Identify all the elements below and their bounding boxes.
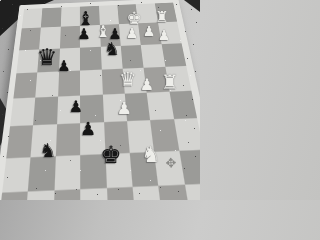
square-e7 [80,153,106,188]
square-h7 [2,157,31,193]
square-g6 [31,125,57,157]
square-f1 [61,7,80,27]
square-c1 [117,4,138,24]
square-h2 [19,28,41,50]
square-e3 [80,46,101,70]
square-a8 [185,183,200,200]
square-g4 [36,71,59,97]
square-d8 [106,187,135,200]
chess-board [0,3,200,200]
square-e8 [80,188,108,200]
square-f6 [56,124,81,156]
square-a1 [155,3,178,23]
square-d5 [102,94,127,123]
square-g2 [39,27,60,49]
square-g8 [25,190,54,200]
square-h4 [13,72,37,98]
square-a6 [174,118,200,150]
square-e5 [80,95,103,124]
square-c3 [121,45,144,69]
square-d1 [99,5,119,25]
square-f8 [53,189,81,200]
square-f2 [60,26,80,48]
square-c2 [119,24,141,46]
square-d4 [101,68,124,94]
square-a5 [169,91,197,120]
square-g3 [38,48,60,72]
square-g7 [28,155,55,191]
square-h6 [6,126,33,158]
square-f3 [59,47,80,71]
square-h3 [16,49,39,73]
square-e1 [80,6,99,26]
film-grain-light [0,0,1,1]
square-c4 [123,67,147,93]
square-h5 [10,98,36,127]
square-d3 [100,45,122,69]
square-g5 [33,97,57,126]
square-f7 [54,154,80,190]
square-a3 [161,43,186,67]
square-a4 [165,66,191,92]
square-h1 [22,8,43,28]
square-f4 [58,70,80,96]
square-d6 [104,121,130,153]
square-e4 [80,69,102,95]
square-g1 [41,7,61,27]
chess-board-mat [0,0,200,200]
square-e6 [80,122,105,154]
square-f5 [57,96,80,125]
square-d2 [99,24,120,46]
square-a2 [158,22,182,44]
square-e2 [80,25,100,47]
square-h8 [0,191,28,200]
square-d7 [105,152,133,187]
